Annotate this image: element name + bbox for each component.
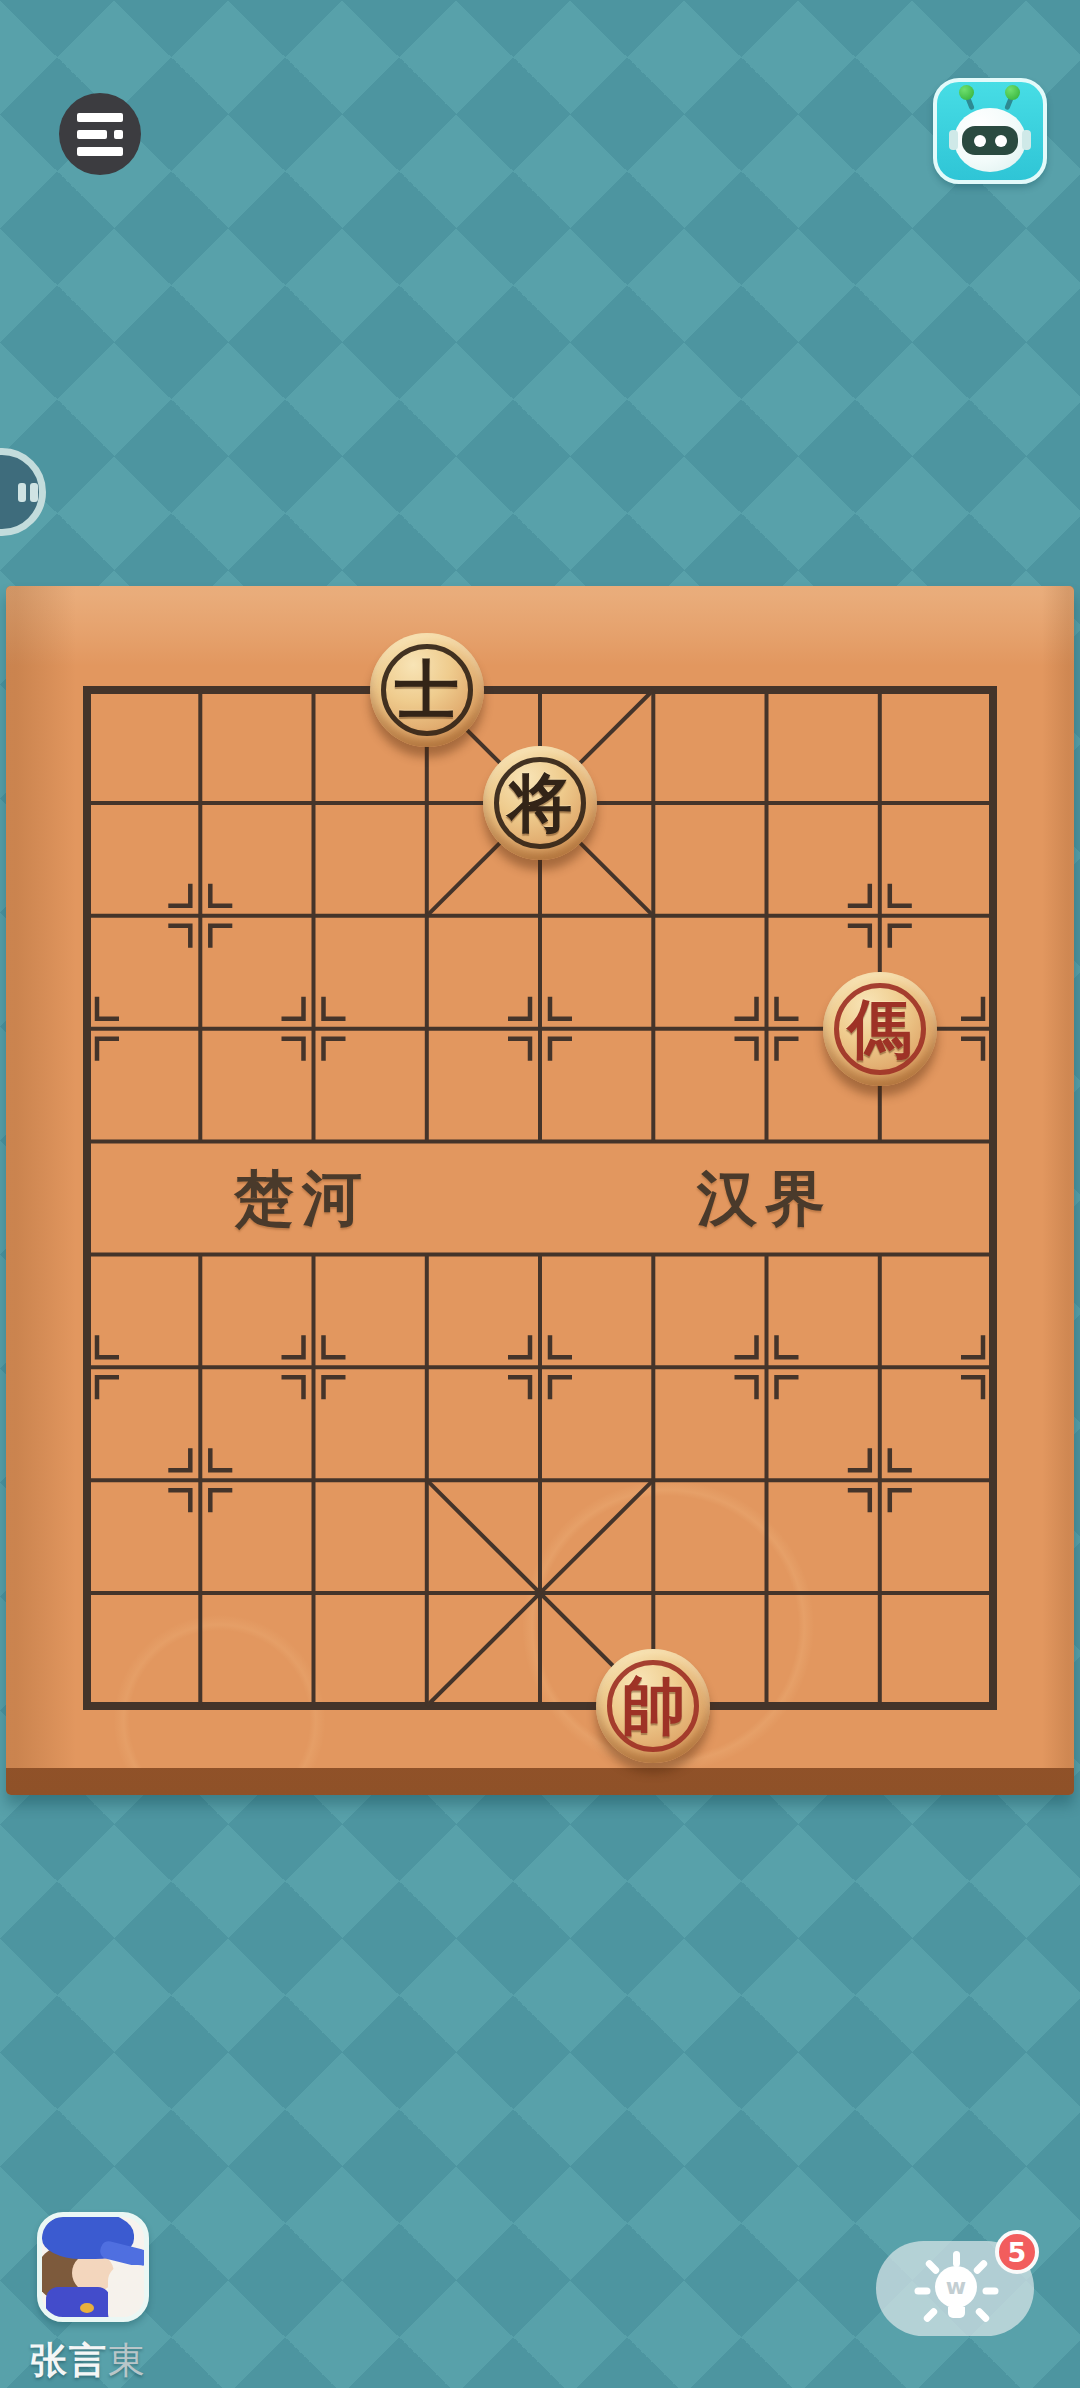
- lightbulb-icon: [948, 2307, 965, 2318]
- lightbulb-ray-icon: [953, 2251, 960, 2267]
- lightbulb-ray-icon: [974, 2307, 990, 2323]
- lightbulb-ray-icon: [924, 2259, 940, 2275]
- hamburger-menu-icon: [77, 130, 141, 139]
- hamburger-menu-icon: [77, 113, 123, 122]
- game-screen: { "game": "xiangqi", "position": { "fen"…: [0, 0, 1080, 2388]
- lightbulb-ray-icon: [922, 2307, 938, 2323]
- pause-icon: [30, 483, 38, 502]
- river-label-right: 汉界: [697, 1163, 833, 1235]
- player-name: 张言東: [30, 2336, 147, 2386]
- hint-button[interactable]: w 5: [876, 2241, 1034, 2336]
- robot-visor-icon: [962, 126, 1018, 155]
- piece-red-horse[interactable]: 傌: [823, 972, 937, 1086]
- lightbulb-ray-icon: [915, 2288, 931, 2295]
- avatar-art: [80, 2303, 94, 2313]
- robot-icon: [1022, 130, 1031, 150]
- pause-icon: [18, 483, 26, 502]
- avatar-art: [46, 2287, 110, 2322]
- piece-black-advisor[interactable]: 士: [370, 633, 484, 747]
- avatar-art: [108, 2265, 149, 2322]
- robot-antenna-icon: [959, 85, 974, 100]
- hamburger-menu-icon: [77, 147, 123, 156]
- hint-count-badge: 5: [995, 2230, 1039, 2274]
- menu-button[interactable]: [59, 93, 141, 175]
- lightbulb-icon: w: [935, 2266, 977, 2308]
- lightbulb-ray-icon: [972, 2259, 988, 2275]
- piece-black-general[interactable]: 将: [483, 746, 597, 860]
- pause-button[interactable]: [0, 448, 46, 536]
- river-label-left: 楚河: [234, 1163, 370, 1235]
- robot-icon: [949, 130, 958, 150]
- robot-assistant-button[interactable]: [933, 78, 1047, 184]
- piece-red-general[interactable]: 帥: [596, 1649, 710, 1763]
- robot-antenna-icon: [1005, 85, 1020, 100]
- player-avatar: [37, 2212, 149, 2322]
- lightbulb-ray-icon: [983, 2288, 999, 2295]
